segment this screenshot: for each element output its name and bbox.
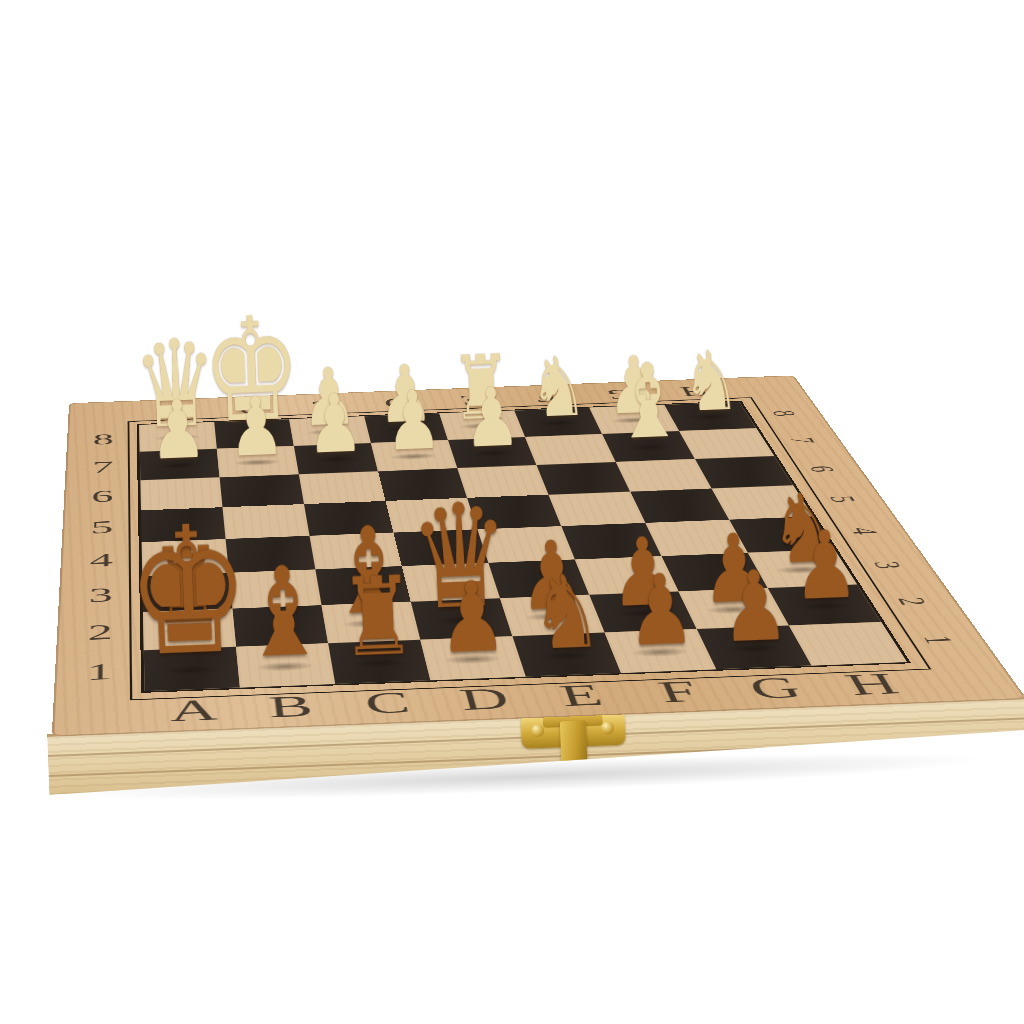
- piece-dark-pawn-g1: ♟: [719, 560, 790, 655]
- square-d7: ♟: [371, 440, 457, 471]
- square-e7: ♟: [448, 437, 536, 468]
- square-a7: ♟: [140, 449, 220, 480]
- square-f8: ♞: [514, 408, 602, 437]
- piece-light-pawn-e7: ♟: [462, 379, 521, 458]
- square-a1: ♚: [144, 647, 240, 691]
- piece-light-pawn-d7: ♟: [384, 382, 443, 461]
- piece-dark-bishop-b1: ♝: [239, 554, 329, 674]
- piece-dark-pawn-h2: ♟: [791, 521, 860, 613]
- piece-dark-knight-e1: ♞: [529, 563, 603, 662]
- file-label-d: D: [430, 677, 539, 722]
- piece-dark-pawn-d1: ♟: [437, 571, 508, 666]
- piece-dark-rook-c1: ♜: [338, 564, 418, 670]
- piece-light-knight-f8: ♞: [528, 347, 588, 427]
- chess-board: ABCDEFGH ABCDEFGH 87654321 87654321 ♛♚♟♟…: [52, 375, 1024, 736]
- piece-dark-pawn-f1: ♟: [625, 564, 696, 659]
- file-label-a: A: [145, 688, 244, 733]
- square-d1: ♟: [420, 636, 525, 680]
- square-c1: ♜: [328, 640, 430, 684]
- piece-light-pawn-a7: ♟: [148, 391, 207, 470]
- square-h7: [679, 428, 774, 459]
- board-perspective: ABCDEFGH ABCDEFGH 87654321 87654321 ♛♚♟♟…: [46, 98, 909, 961]
- file-label-f: F: [621, 669, 736, 714]
- piece-light-bishop-g7: ♝: [611, 353, 686, 453]
- file-label-b: B: [240, 684, 342, 729]
- square-c7: ♟: [294, 443, 378, 474]
- square-b7: ♟: [217, 446, 299, 477]
- square-e1: ♞: [512, 633, 621, 677]
- piece-light-knight-h8: ♞: [681, 341, 741, 421]
- board-tilt-wrapper: ABCDEFGH ABCDEFGH 87654321 87654321 ♛♚♟♟…: [0, 0, 1024, 1024]
- square-f7: [525, 434, 616, 465]
- piece-light-pawn-c7: ♟: [305, 385, 364, 464]
- file-label-c: C: [335, 680, 441, 725]
- rank-label-7: 7: [65, 452, 140, 483]
- board-grid: ♛♚♟♟♜♞♟♞♟♟♟♟♟♝♞♜♝♛♟♟♟♟♚♝♜♟♞♟♟: [137, 401, 912, 693]
- square-c6: [299, 471, 386, 504]
- square-f6: [536, 462, 630, 495]
- square-g7: ♝: [602, 431, 695, 462]
- file-label-g: G: [716, 666, 834, 711]
- photo-background: ABCDEFGH ABCDEFGH 87654321 87654321 ♛♚♟♟…: [0, 0, 1024, 1024]
- file-label-e: E: [526, 673, 638, 718]
- piece-dark-king-a1: ♚: [124, 506, 253, 677]
- file-label-h: H: [812, 662, 933, 706]
- piece-light-pawn-b7: ♟: [227, 388, 286, 467]
- rank-label-8: 8: [66, 425, 139, 455]
